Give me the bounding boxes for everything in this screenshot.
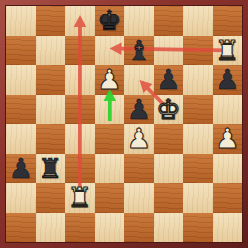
- piece-white-pawn-d6[interactable]: ♟: [95, 65, 125, 95]
- pieces-layer: ♚♝♜♟♟♟♟♚♟♟♟♜♜: [6, 6, 242, 242]
- piece-black-pawn-a3[interactable]: ♟: [6, 154, 36, 184]
- piece-white-rook-h7[interactable]: ♜: [213, 36, 243, 66]
- piece-black-rook-b3[interactable]: ♜: [36, 154, 66, 184]
- piece-black-pawn-e5[interactable]: ♟: [124, 95, 154, 125]
- piece-white-king-f5[interactable]: ♚: [154, 95, 184, 125]
- piece-black-king-d8[interactable]: ♚: [95, 6, 125, 36]
- board-frame: ♚♝♜♟♟♟♟♚♟♟♟♜♜: [0, 0, 248, 248]
- piece-black-bishop-e7[interactable]: ♝: [124, 36, 154, 66]
- piece-white-rook-c2[interactable]: ♜: [65, 183, 95, 213]
- chess-board: ♚♝♜♟♟♟♟♚♟♟♟♜♜: [6, 6, 242, 242]
- piece-black-pawn-h6[interactable]: ♟: [213, 65, 243, 95]
- piece-black-pawn-f6[interactable]: ♟: [154, 65, 184, 95]
- piece-white-pawn-e4[interactable]: ♟: [124, 124, 154, 154]
- piece-white-pawn-h4[interactable]: ♟: [213, 124, 243, 154]
